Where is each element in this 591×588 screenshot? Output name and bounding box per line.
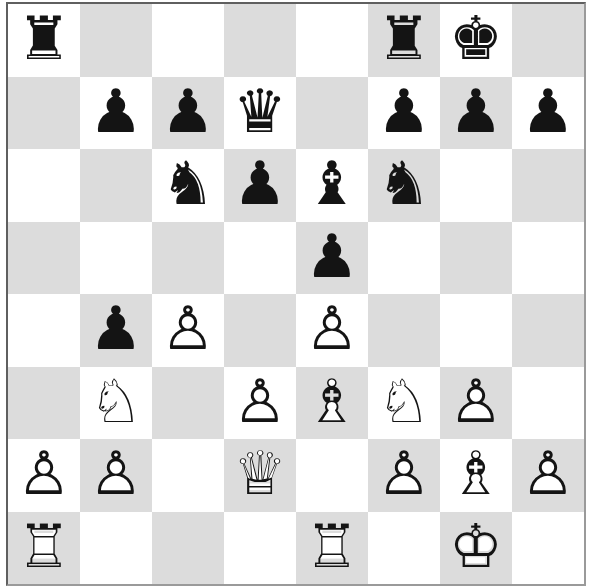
square-c3[interactable] <box>152 367 224 440</box>
black-bishop-e6[interactable]: ♝ <box>296 149 368 222</box>
square-a4[interactable] <box>8 294 80 367</box>
square-e5[interactable]: ♟ <box>296 222 368 295</box>
black-rook-glyph: ♜ <box>377 8 431 68</box>
square-f3[interactable]: ♞♘ <box>368 367 440 440</box>
black-bishop-glyph: ♝ <box>305 153 359 213</box>
white-knight-b3[interactable]: ♞♘ <box>80 367 152 440</box>
square-h5[interactable] <box>512 222 584 295</box>
chess-diagram-page: ♜♜♚♟♟♛♟♟♟♞♟♝♞♟♟♟♙♟♙♞♘♟♙♝♗♞♘♟♙♟♙♟♙♛♕♟♙♝♗♟… <box>0 0 591 588</box>
square-d4[interactable] <box>224 294 296 367</box>
white-pawn-a2[interactable]: ♟♙ <box>8 439 80 512</box>
square-h7[interactable]: ♟ <box>512 77 584 150</box>
square-b2[interactable]: ♟♙ <box>80 439 152 512</box>
square-e7[interactable] <box>296 77 368 150</box>
square-b7[interactable]: ♟ <box>80 77 152 150</box>
square-d5[interactable] <box>224 222 296 295</box>
square-h6[interactable] <box>512 149 584 222</box>
square-b5[interactable] <box>80 222 152 295</box>
square-d6[interactable]: ♟ <box>224 149 296 222</box>
black-pawn-glyph: ♟ <box>161 80 215 140</box>
white-pawn-b2[interactable]: ♟♙ <box>80 439 152 512</box>
black-knight-f6[interactable]: ♞ <box>368 149 440 222</box>
black-pawn-glyph: ♟ <box>89 298 143 358</box>
square-e2[interactable] <box>296 439 368 512</box>
black-king-g8[interactable]: ♚ <box>440 4 512 77</box>
square-f6[interactable]: ♞ <box>368 149 440 222</box>
square-e6[interactable]: ♝ <box>296 149 368 222</box>
white-knight-outline-glyph: ♘ <box>377 370 431 430</box>
black-pawn-glyph: ♟ <box>449 80 503 140</box>
white-bishop-e3[interactable]: ♝♗ <box>296 367 368 440</box>
square-h4[interactable] <box>512 294 584 367</box>
square-a2[interactable]: ♟♙ <box>8 439 80 512</box>
black-knight-glyph: ♞ <box>161 153 215 213</box>
white-pawn-d3[interactable]: ♟♙ <box>224 367 296 440</box>
chess-board: ♜♜♚♟♟♛♟♟♟♞♟♝♞♟♟♟♙♟♙♞♘♟♙♝♗♞♘♟♙♟♙♟♙♛♕♟♙♝♗♟… <box>6 2 586 586</box>
square-h8[interactable] <box>512 4 584 77</box>
square-d7[interactable]: ♛ <box>224 77 296 150</box>
square-g6[interactable] <box>440 149 512 222</box>
white-bishop-g2[interactable]: ♝♗ <box>440 439 512 512</box>
white-pawn-outline-glyph: ♙ <box>89 443 143 503</box>
square-c8[interactable] <box>152 4 224 77</box>
white-king-g1[interactable]: ♚♔ <box>440 512 512 585</box>
white-pawn-outline-glyph: ♙ <box>161 298 215 358</box>
white-pawn-c4[interactable]: ♟♙ <box>152 294 224 367</box>
square-h2[interactable]: ♟♙ <box>512 439 584 512</box>
square-f2[interactable]: ♟♙ <box>368 439 440 512</box>
square-e4[interactable]: ♟♙ <box>296 294 368 367</box>
square-f8[interactable]: ♜ <box>368 4 440 77</box>
square-c4[interactable]: ♟♙ <box>152 294 224 367</box>
white-king-outline-glyph: ♔ <box>449 515 503 575</box>
black-pawn-glyph: ♟ <box>521 80 575 140</box>
black-rook-a8[interactable]: ♜ <box>8 4 80 77</box>
square-g1[interactable]: ♚♔ <box>440 512 512 585</box>
white-rook-outline-glyph: ♖ <box>17 515 71 575</box>
white-pawn-outline-glyph: ♙ <box>233 370 287 430</box>
square-a8[interactable]: ♜ <box>8 4 80 77</box>
black-knight-glyph: ♞ <box>377 153 431 213</box>
square-f4[interactable] <box>368 294 440 367</box>
square-c7[interactable]: ♟ <box>152 77 224 150</box>
black-knight-c6[interactable]: ♞ <box>152 149 224 222</box>
black-pawn-h7[interactable]: ♟ <box>512 77 584 150</box>
black-rook-f8[interactable]: ♜ <box>368 4 440 77</box>
square-b3[interactable]: ♞♘ <box>80 367 152 440</box>
white-rook-a1[interactable]: ♜♖ <box>8 512 80 585</box>
white-pawn-outline-glyph: ♙ <box>17 443 71 503</box>
black-pawn-b4[interactable]: ♟ <box>80 294 152 367</box>
square-g2[interactable]: ♝♗ <box>440 439 512 512</box>
white-pawn-outline-glyph: ♙ <box>521 443 575 503</box>
black-pawn-d6[interactable]: ♟ <box>224 149 296 222</box>
square-a1[interactable]: ♜♖ <box>8 512 80 585</box>
white-pawn-h2[interactable]: ♟♙ <box>512 439 584 512</box>
square-c6[interactable]: ♞ <box>152 149 224 222</box>
black-pawn-glyph: ♟ <box>377 80 431 140</box>
white-rook-e1[interactable]: ♜♖ <box>296 512 368 585</box>
square-c5[interactable] <box>152 222 224 295</box>
white-pawn-e4[interactable]: ♟♙ <box>296 294 368 367</box>
square-f7[interactable]: ♟ <box>368 77 440 150</box>
white-queen-d2[interactable]: ♛♕ <box>224 439 296 512</box>
black-rook-glyph: ♜ <box>17 8 71 68</box>
white-knight-outline-glyph: ♘ <box>89 370 143 430</box>
black-queen-d7[interactable]: ♛ <box>224 77 296 150</box>
black-pawn-c7[interactable]: ♟ <box>152 77 224 150</box>
square-a6[interactable] <box>8 149 80 222</box>
square-e1[interactable]: ♜♖ <box>296 512 368 585</box>
black-queen-glyph: ♛ <box>233 80 287 140</box>
black-pawn-b7[interactable]: ♟ <box>80 77 152 150</box>
square-d2[interactable]: ♛♕ <box>224 439 296 512</box>
white-bishop-outline-glyph: ♗ <box>449 443 503 503</box>
square-b6[interactable] <box>80 149 152 222</box>
square-a5[interactable] <box>8 222 80 295</box>
square-g8[interactable]: ♚ <box>440 4 512 77</box>
square-b1[interactable] <box>80 512 152 585</box>
square-e3[interactable]: ♝♗ <box>296 367 368 440</box>
white-pawn-f2[interactable]: ♟♙ <box>368 439 440 512</box>
square-f1[interactable] <box>368 512 440 585</box>
square-g3[interactable]: ♟♙ <box>440 367 512 440</box>
black-pawn-f7[interactable]: ♟ <box>368 77 440 150</box>
square-a7[interactable] <box>8 77 80 150</box>
white-pawn-outline-glyph: ♙ <box>305 298 359 358</box>
white-bishop-outline-glyph: ♗ <box>305 370 359 430</box>
white-queen-outline-glyph: ♕ <box>233 443 287 503</box>
white-pawn-outline-glyph: ♙ <box>449 370 503 430</box>
square-b4[interactable]: ♟ <box>80 294 152 367</box>
black-pawn-glyph: ♟ <box>305 225 359 285</box>
square-h3[interactable] <box>512 367 584 440</box>
square-d3[interactable]: ♟♙ <box>224 367 296 440</box>
square-e8[interactable] <box>296 4 368 77</box>
square-h1[interactable] <box>512 512 584 585</box>
square-d8[interactable] <box>224 4 296 77</box>
white-knight-f3[interactable]: ♞♘ <box>368 367 440 440</box>
black-pawn-glyph: ♟ <box>89 80 143 140</box>
square-d1[interactable] <box>224 512 296 585</box>
square-f5[interactable] <box>368 222 440 295</box>
white-rook-outline-glyph: ♖ <box>305 515 359 575</box>
square-c1[interactable] <box>152 512 224 585</box>
white-pawn-outline-glyph: ♙ <box>377 443 431 503</box>
square-g7[interactable]: ♟ <box>440 77 512 150</box>
white-pawn-g3[interactable]: ♟♙ <box>440 367 512 440</box>
black-pawn-g7[interactable]: ♟ <box>440 77 512 150</box>
black-pawn-e5[interactable]: ♟ <box>296 222 368 295</box>
square-b8[interactable] <box>80 4 152 77</box>
square-a3[interactable] <box>8 367 80 440</box>
square-c2[interactable] <box>152 439 224 512</box>
black-pawn-glyph: ♟ <box>233 153 287 213</box>
square-g4[interactable] <box>440 294 512 367</box>
black-king-glyph: ♚ <box>449 8 503 68</box>
square-g5[interactable] <box>440 222 512 295</box>
